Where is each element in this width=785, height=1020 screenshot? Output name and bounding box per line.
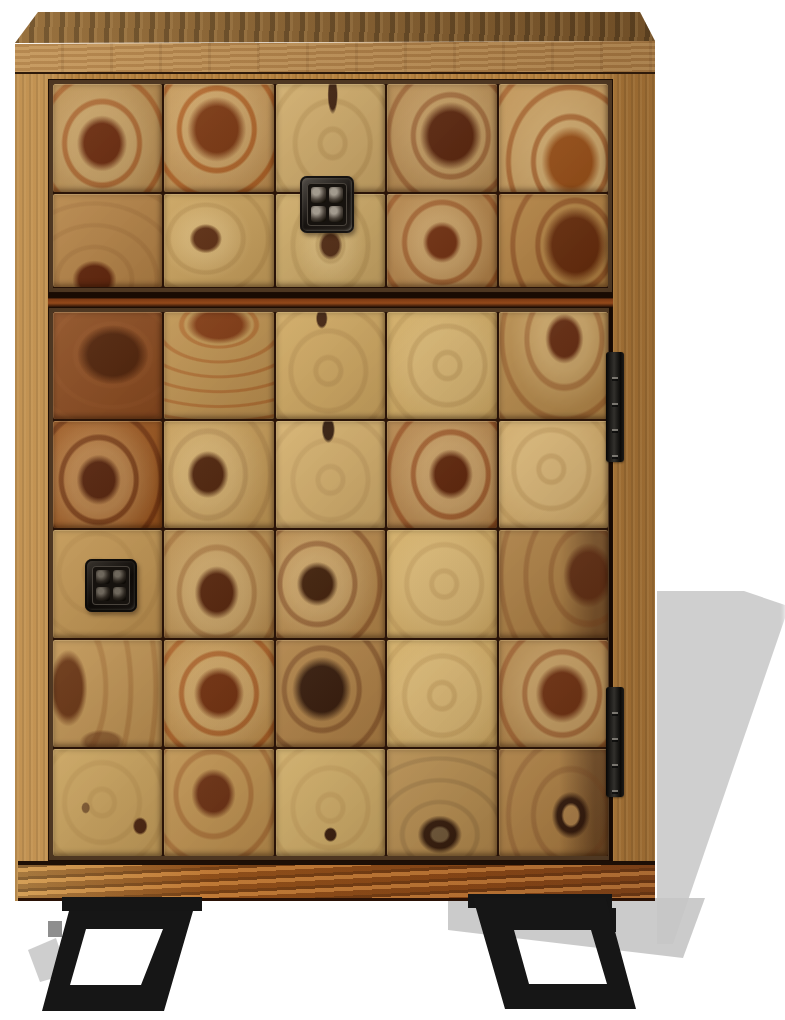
wood-block [276, 421, 385, 528]
door-hinge-bottom [606, 687, 624, 797]
drawer-handle [300, 176, 354, 233]
wood-block [276, 530, 385, 637]
knob-stud-icon [329, 187, 344, 203]
wood-block [499, 194, 608, 287]
knob-stud-icon [311, 206, 326, 222]
wood-block [499, 312, 608, 419]
wood-block [499, 640, 608, 747]
wood-block [499, 421, 608, 528]
drawer-door-divider [48, 293, 613, 307]
cabinet-top-surface [15, 12, 655, 44]
wood-block [499, 749, 608, 856]
wood-block [164, 640, 273, 747]
wood-block [387, 421, 496, 528]
wood-block [276, 640, 385, 747]
wood-block [53, 421, 162, 528]
wood-block [53, 312, 162, 419]
wood-block [53, 640, 162, 747]
wood-block [53, 194, 162, 287]
wood-block [276, 312, 385, 419]
wood-block [276, 749, 385, 856]
wood-block [164, 312, 273, 419]
door-handle [85, 559, 137, 612]
wood-block [164, 421, 273, 528]
knob-stud-icon [96, 570, 110, 584]
knob-stud-icon [113, 587, 127, 601]
wood-block [164, 530, 273, 637]
knob-stud-icon [329, 206, 344, 222]
wood-block [387, 312, 496, 419]
wood-block [387, 530, 496, 637]
wood-block [387, 749, 496, 856]
cabinet-top-front-edge [15, 41, 655, 75]
knob-stud-icon [311, 187, 326, 203]
knob-stud-icon [96, 587, 110, 601]
door-handle-face [92, 566, 130, 605]
wood-block [164, 749, 273, 856]
wood-block [387, 84, 496, 192]
bottom-rail [18, 861, 655, 901]
wood-block [387, 640, 496, 747]
wood-block [164, 194, 273, 287]
wood-block [164, 84, 273, 192]
left-leg [42, 911, 193, 1011]
wood-block [387, 194, 496, 287]
wood-block [499, 84, 608, 192]
door-hinge-top [606, 352, 624, 462]
drawer-handle-face [307, 183, 347, 226]
knob-stud-icon [113, 570, 127, 584]
wood-block [53, 84, 162, 192]
left-leg-plate-tab [48, 921, 62, 937]
wood-block [53, 749, 162, 856]
product-photo [0, 0, 785, 1020]
wood-block [499, 530, 608, 637]
